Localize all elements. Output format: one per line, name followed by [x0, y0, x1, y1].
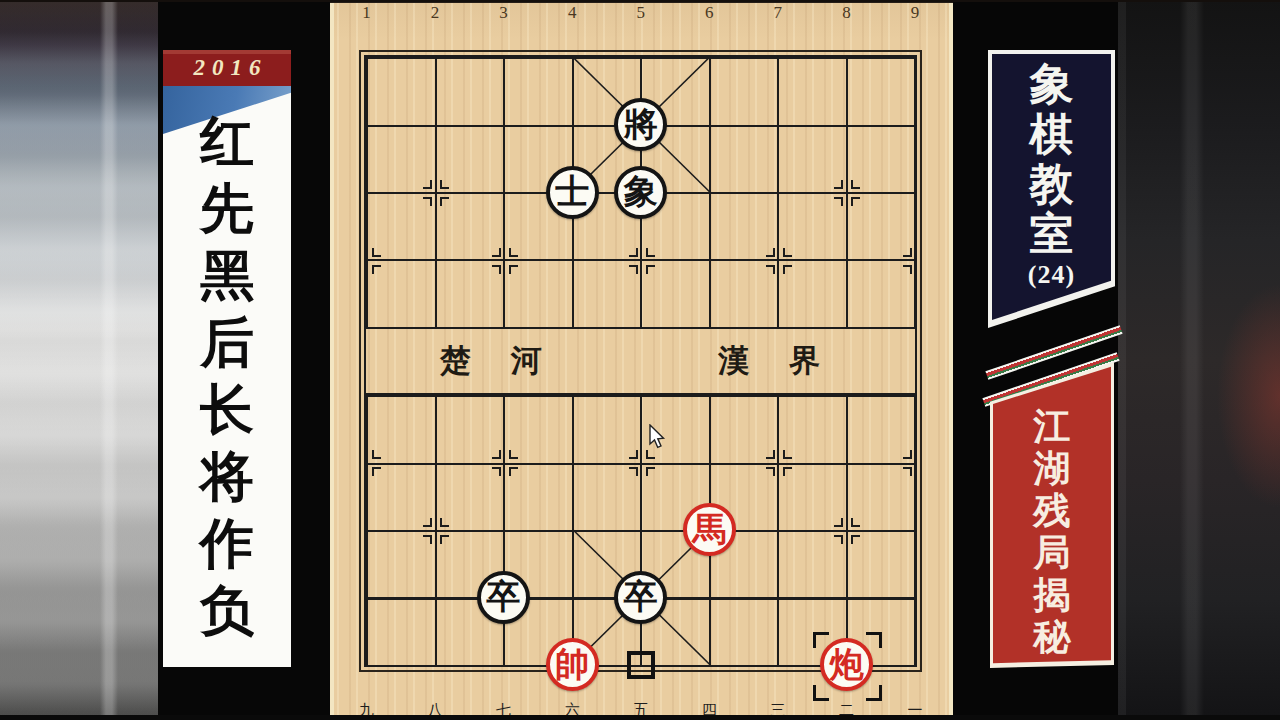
position-marker — [629, 450, 638, 459]
position-marker — [423, 518, 432, 527]
red-general[interactable]: 帥 — [546, 638, 599, 691]
position-marker — [440, 518, 449, 527]
position-marker — [834, 197, 843, 206]
position-marker — [766, 467, 775, 476]
slogan-char-8: 负 — [200, 583, 254, 639]
move-origin-marker — [627, 651, 655, 679]
slogan-char-6: 将 — [200, 449, 254, 505]
position-marker — [766, 450, 775, 459]
slogan-scroll: 红先黑后长将作负 — [163, 86, 291, 667]
black-pawn-2[interactable]: 卒 — [614, 571, 667, 624]
black-general[interactable]: 將 — [614, 98, 667, 151]
river-text-left: 楚 河 — [440, 329, 558, 393]
file-label-top-1: 1 — [362, 3, 371, 23]
position-marker — [372, 248, 381, 257]
position-marker — [766, 248, 775, 257]
slogan-char-5: 长 — [200, 382, 254, 438]
selection-bracket — [866, 685, 882, 701]
frame-top-edge — [0, 0, 1280, 2]
black-elephant[interactable]: 象 — [614, 166, 667, 219]
position-marker — [492, 450, 501, 459]
position-marker — [423, 180, 432, 189]
red-horse-glyph: 馬 — [692, 507, 726, 553]
position-marker — [629, 265, 638, 274]
position-marker — [492, 248, 501, 257]
subtitle-char-1: 江 — [1034, 407, 1071, 446]
position-marker — [629, 248, 638, 257]
position-marker — [903, 265, 912, 274]
position-marker — [783, 265, 792, 274]
river: 楚 河 漢 界 — [366, 327, 915, 395]
subtitle-char-2: 湖 — [1034, 449, 1071, 488]
video-frame: 2016 红先黑后长将作负 楚 河 漢 界 123456789九八七六五四三二一… — [0, 0, 1280, 720]
position-marker — [492, 265, 501, 274]
slogan-char-3: 黑 — [200, 248, 254, 304]
file-label-top-3: 3 — [499, 3, 508, 23]
position-marker — [509, 248, 518, 257]
file-label-top-5: 5 — [636, 3, 645, 23]
position-marker — [372, 450, 381, 459]
river-text-right: 漢 界 — [718, 329, 836, 393]
selection-bracket — [866, 632, 882, 648]
red-cannon-glyph: 炮 — [829, 642, 863, 688]
background-right-blur — [1118, 0, 1280, 720]
position-marker — [440, 197, 449, 206]
black-pawn-2-glyph: 卒 — [624, 574, 658, 620]
slogan-char-7: 作 — [200, 516, 254, 572]
series-title-char-1: 象 — [1030, 60, 1074, 110]
position-marker — [646, 265, 655, 274]
file-label-top-6: 6 — [705, 3, 714, 23]
left-side-panel: 2016 红先黑后长将作负 — [158, 0, 330, 720]
file-label-top-4: 4 — [568, 3, 577, 23]
position-marker — [834, 518, 843, 527]
black-pawn-1[interactable]: 卒 — [477, 571, 530, 624]
series-title-text: 象棋教室(24) — [992, 54, 1111, 324]
subtitle-panel: 江湖残局揭秘 — [990, 362, 1114, 668]
series-title-panel: 象棋教室(24) — [988, 50, 1115, 328]
subtitle-char-3: 残 — [1034, 491, 1071, 530]
position-marker — [851, 518, 860, 527]
position-marker — [646, 450, 655, 459]
position-marker — [903, 467, 912, 476]
subtitle-char-4: 局 — [1034, 533, 1071, 572]
background-left-blur — [0, 0, 158, 720]
position-marker — [766, 265, 775, 274]
position-marker — [372, 265, 381, 274]
position-marker — [440, 535, 449, 544]
position-marker — [903, 248, 912, 257]
episode-number: (24) — [1028, 260, 1075, 290]
position-marker — [783, 467, 792, 476]
position-marker — [423, 197, 432, 206]
position-marker — [492, 467, 501, 476]
position-marker — [423, 535, 432, 544]
position-marker — [851, 197, 860, 206]
position-marker — [834, 180, 843, 189]
series-title-char-2: 棋 — [1030, 110, 1074, 160]
file-label-top-7: 7 — [774, 3, 783, 23]
position-marker — [834, 535, 843, 544]
series-title-char-3: 教 — [1030, 160, 1074, 210]
position-marker — [629, 467, 638, 476]
subtitle-text: 江湖残局揭秘 — [993, 365, 1111, 665]
red-general-glyph: 帥 — [555, 642, 589, 688]
right-side-panel: 象棋教室(24) 江湖残局揭秘 — [953, 0, 1118, 720]
position-marker — [509, 265, 518, 274]
selection-bracket — [813, 632, 829, 648]
position-marker — [851, 535, 860, 544]
position-marker — [851, 180, 860, 189]
position-marker — [509, 467, 518, 476]
file-label-top-9: 9 — [911, 3, 920, 23]
subtitle-char-5: 揭 — [1034, 575, 1071, 614]
slogan-char-2: 先 — [200, 181, 254, 237]
position-marker — [372, 467, 381, 476]
black-advisor[interactable]: 士 — [546, 166, 599, 219]
position-marker — [646, 248, 655, 257]
file-label-top-2: 2 — [431, 3, 440, 23]
slogan-text-column: 红先黑后长将作负 — [163, 86, 291, 667]
black-general-glyph: 將 — [624, 102, 658, 148]
slogan-char-4: 后 — [200, 315, 254, 371]
black-pawn-1-glyph: 卒 — [487, 574, 521, 620]
file-label-top-8: 8 — [842, 3, 851, 23]
slogan-char-1: 红 — [200, 114, 254, 170]
subtitle-char-6: 秘 — [1034, 617, 1071, 656]
position-marker — [646, 467, 655, 476]
red-territory-grid — [366, 395, 915, 665]
position-marker — [903, 450, 912, 459]
position-marker — [509, 450, 518, 459]
position-marker — [440, 180, 449, 189]
position-marker — [783, 248, 792, 257]
position-marker — [783, 450, 792, 459]
xiangqi-board[interactable]: 楚 河 漢 界 123456789九八七六五四三二一將士象馬卒卒帥炮 — [330, 0, 953, 720]
series-title-char-4: 室 — [1030, 210, 1074, 260]
year-banner: 2016 — [163, 50, 291, 86]
selection-bracket — [813, 685, 829, 701]
black-elephant-glyph: 象 — [624, 169, 658, 215]
frame-bottom-edge — [0, 715, 1280, 720]
red-horse[interactable]: 馬 — [683, 503, 736, 556]
black-advisor-glyph: 士 — [555, 169, 589, 215]
